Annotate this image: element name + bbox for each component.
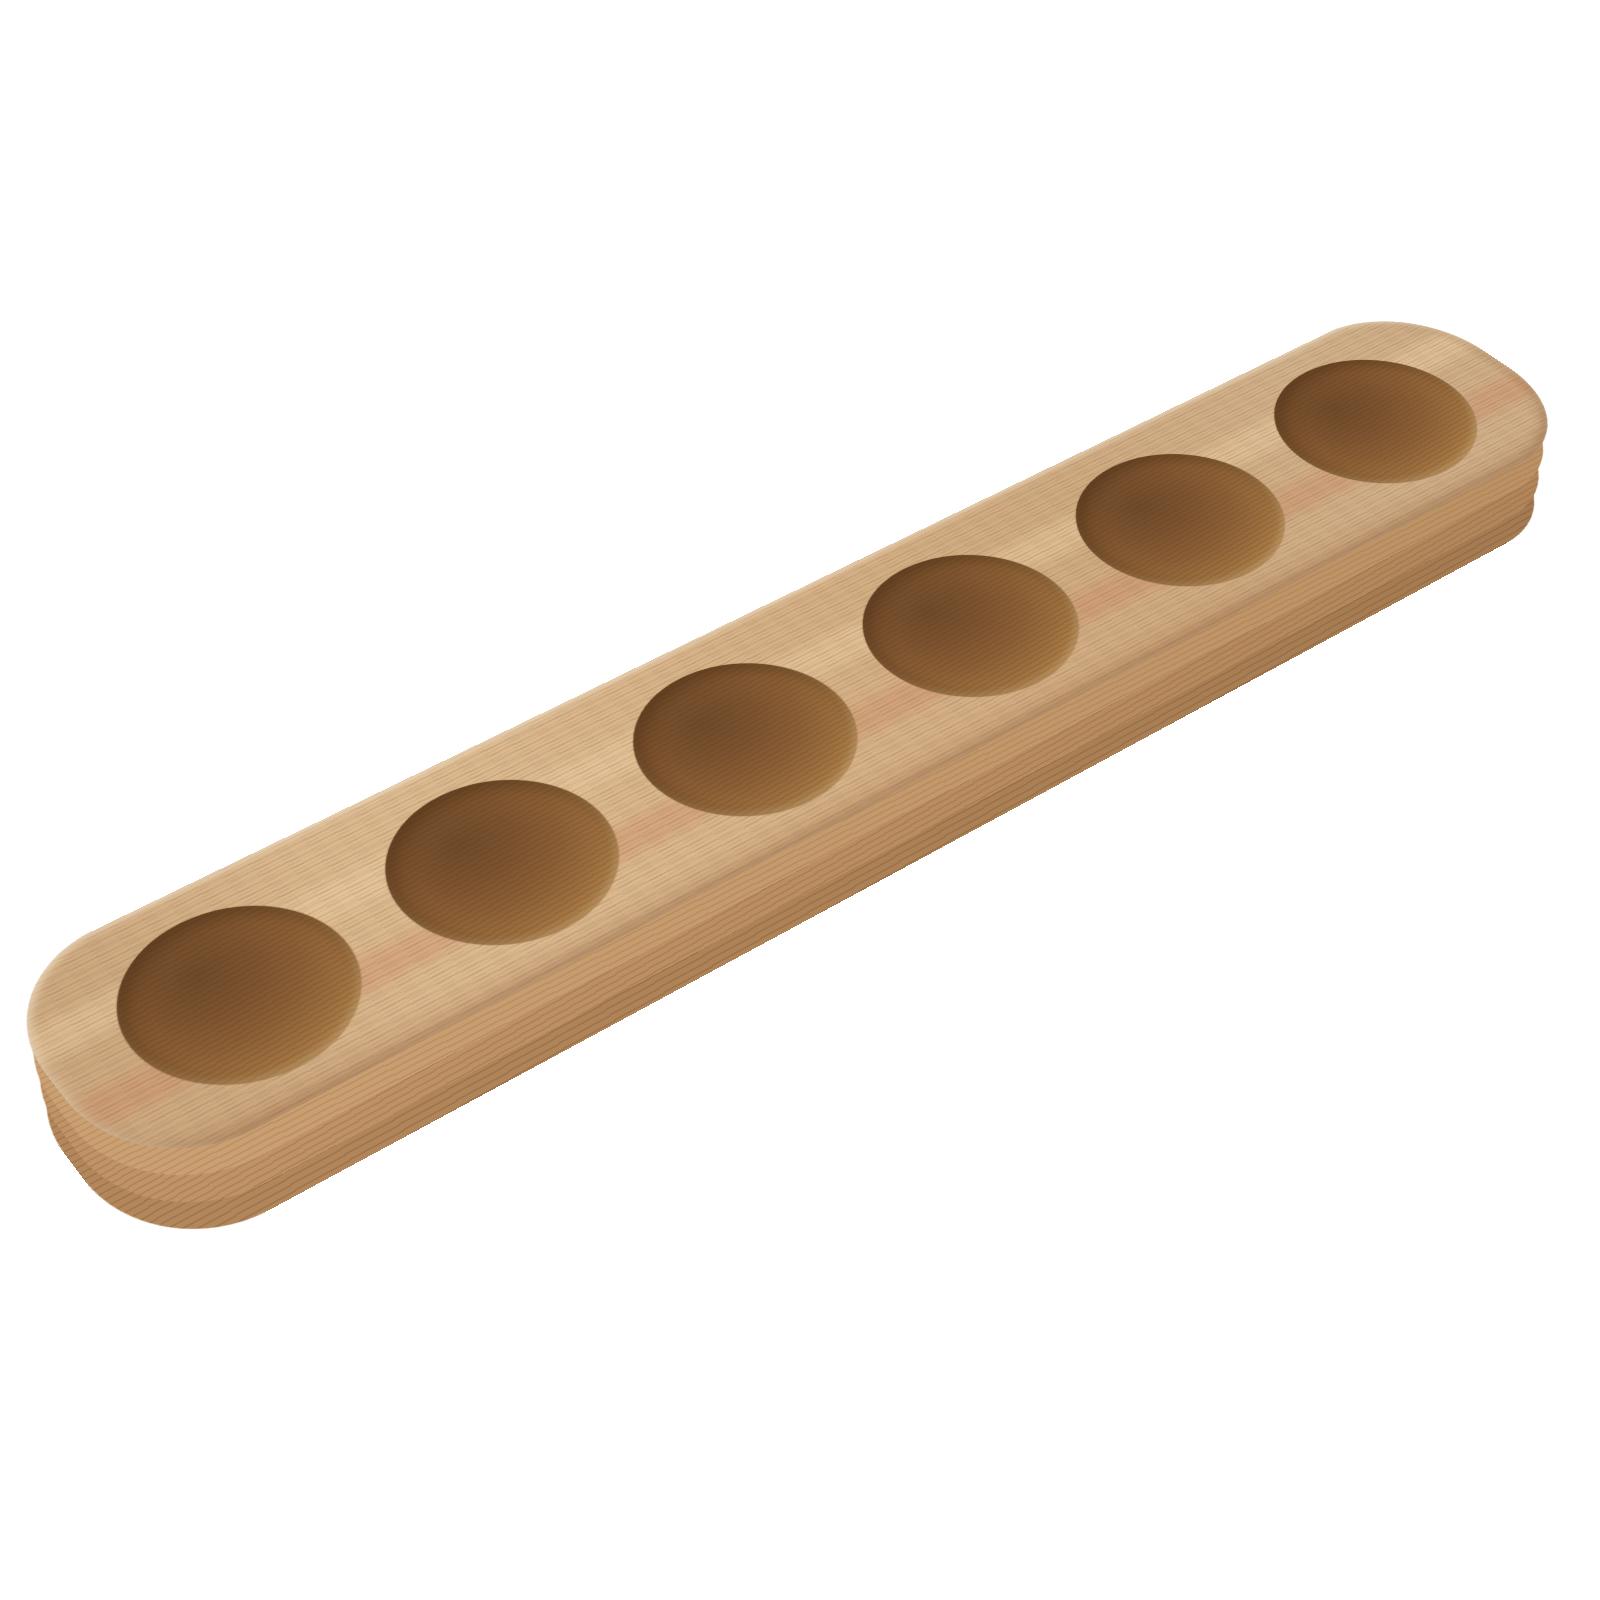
product-photo-scene [0,0,1600,1600]
pit-5[interactable] [1033,429,1328,614]
board-top-face [0,296,1594,1191]
pit-6[interactable] [1233,336,1519,509]
